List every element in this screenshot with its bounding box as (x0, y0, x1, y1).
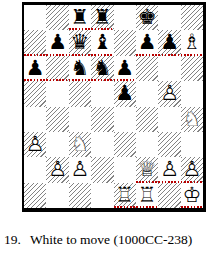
square-g8[interactable] (158, 5, 180, 30)
piece-bP-g7: ♟ (160, 30, 179, 55)
square-b2[interactable]: ♙ (46, 157, 68, 182)
square-c7[interactable]: ♛ (69, 30, 91, 55)
piece-bN-c6: ♞ (71, 56, 90, 81)
piece-bP-b7: ♟ (48, 30, 67, 55)
squiggle-artifact (114, 206, 159, 208)
square-h1[interactable]: ♔ (181, 183, 203, 208)
square-g1[interactable] (158, 183, 180, 208)
square-b4[interactable] (46, 107, 68, 132)
diagram-page: ♜♜♚♟♛♝♟♟♗♟♞♞♟♟♙♘♙♘♙♙♕♙♙♖♖♔ 19.White to m… (0, 0, 207, 257)
square-e1[interactable]: ♖ (114, 183, 136, 208)
piece-bR-d8: ♜ (93, 5, 112, 30)
square-e4[interactable] (114, 107, 136, 132)
piece-bP-e6: ♟ (115, 56, 134, 81)
piece-wP-a3: ♙ (26, 132, 45, 157)
square-a2[interactable] (24, 157, 46, 182)
square-h5[interactable] (181, 81, 203, 106)
squiggle-artifact (136, 181, 203, 183)
square-c5[interactable] (69, 81, 91, 106)
square-f6[interactable] (136, 56, 158, 81)
square-a4[interactable] (24, 107, 46, 132)
piece-bP-f7: ♟ (138, 30, 157, 55)
piece-wR-f1: ♖ (138, 183, 157, 208)
square-c1[interactable] (69, 183, 91, 208)
square-d4[interactable] (91, 107, 113, 132)
piece-wB-h7: ♗ (183, 30, 202, 55)
square-a1[interactable] (24, 183, 46, 208)
piece-bK-f8: ♚ (138, 5, 157, 30)
square-g6[interactable] (158, 56, 180, 81)
piece-wP-h2: ♙ (183, 157, 202, 182)
square-f3[interactable] (136, 132, 158, 157)
square-c6[interactable]: ♞ (69, 56, 91, 81)
square-c4[interactable] (69, 107, 91, 132)
square-e5[interactable]: ♟ (114, 81, 136, 106)
square-d2[interactable] (91, 157, 113, 182)
piece-bR-c8: ♜ (71, 5, 90, 30)
square-d3[interactable] (91, 132, 113, 157)
piece-wP-g2: ♙ (160, 157, 179, 182)
square-b5[interactable] (46, 81, 68, 106)
piece-bP-e5: ♟ (115, 81, 134, 106)
square-g5[interactable]: ♙ (158, 81, 180, 106)
square-b3[interactable] (46, 132, 68, 157)
square-g7[interactable]: ♟ (158, 30, 180, 55)
piece-bN-d6: ♞ (93, 56, 112, 81)
square-d8[interactable]: ♜ (91, 5, 113, 30)
square-d1[interactable] (91, 183, 113, 208)
squiggle-artifact (136, 54, 203, 56)
square-g2[interactable]: ♙ (158, 157, 180, 182)
square-h4[interactable]: ♘ (181, 107, 203, 132)
square-b1[interactable] (46, 183, 68, 208)
square-d7[interactable]: ♝ (91, 30, 113, 55)
square-e2[interactable] (114, 157, 136, 182)
square-f2[interactable]: ♕ (136, 157, 158, 182)
square-a3[interactable]: ♙ (24, 132, 46, 157)
caption-text: White to move (1000CC-238) (30, 232, 192, 247)
caption: 19.White to move (1000CC-238) (4, 232, 192, 248)
square-e7[interactable] (114, 30, 136, 55)
piece-bP-a6: ♟ (26, 56, 45, 81)
square-f5[interactable] (136, 81, 158, 106)
piece-wN-c3: ♘ (71, 132, 90, 157)
piece-wP-c2: ♙ (71, 157, 90, 182)
square-g3[interactable] (158, 132, 180, 157)
square-b6[interactable] (46, 56, 68, 81)
chess-board: ♜♜♚♟♛♝♟♟♗♟♞♞♟♟♙♘♙♘♙♙♕♙♙♖♖♔ (22, 2, 206, 212)
square-h8[interactable] (181, 5, 203, 30)
piece-wR-e1: ♖ (115, 183, 134, 208)
square-h2[interactable]: ♙ (181, 157, 203, 182)
square-a5[interactable] (24, 81, 46, 106)
piece-wP-g5: ♙ (160, 81, 179, 106)
caption-number: 19. (4, 232, 21, 247)
square-c2[interactable]: ♙ (69, 157, 91, 182)
piece-wK-h1: ♔ (183, 183, 202, 208)
square-c3[interactable]: ♘ (69, 132, 91, 157)
piece-wQ-f2: ♕ (138, 157, 157, 182)
squiggle-artifact (24, 54, 114, 56)
square-d6[interactable]: ♞ (91, 56, 113, 81)
square-d5[interactable] (91, 81, 113, 106)
square-c8[interactable]: ♜ (69, 5, 91, 30)
squiggle-artifact (69, 28, 114, 30)
piece-bB-d7: ♝ (93, 30, 112, 55)
square-b7[interactable]: ♟ (46, 30, 68, 55)
square-g4[interactable] (158, 107, 180, 132)
squiggle-artifact (181, 206, 203, 208)
piece-bQ-c7: ♛ (71, 30, 90, 55)
square-h6[interactable] (181, 56, 203, 81)
square-e6[interactable]: ♟ (114, 56, 136, 81)
square-b8[interactable] (46, 5, 68, 30)
square-e8[interactable] (114, 5, 136, 30)
piece-wN-h4: ♘ (183, 107, 202, 132)
square-h7[interactable]: ♗ (181, 30, 203, 55)
square-f4[interactable] (136, 107, 158, 132)
square-f8[interactable]: ♚ (136, 5, 158, 30)
square-f1[interactable]: ♖ (136, 183, 158, 208)
square-a8[interactable] (24, 5, 46, 30)
square-a6[interactable]: ♟ (24, 56, 46, 81)
square-e3[interactable] (114, 132, 136, 157)
square-f7[interactable]: ♟ (136, 30, 158, 55)
square-h3[interactable] (181, 132, 203, 157)
piece-wP-b2: ♙ (48, 157, 67, 182)
squiggle-artifact (24, 79, 136, 81)
square-a7[interactable] (24, 30, 46, 55)
